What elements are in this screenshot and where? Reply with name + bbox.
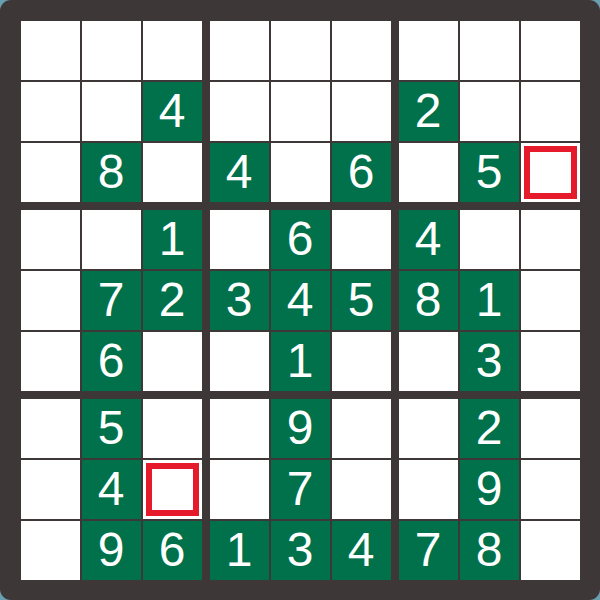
cell-r7c1[interactable] [21, 393, 80, 458]
cell-r6c7[interactable] [393, 332, 458, 391]
cell-r1c8[interactable] [460, 21, 519, 80]
given-digit: 7 [415, 526, 442, 574]
cell-r5c9[interactable] [521, 271, 580, 330]
given-digit: 6 [348, 148, 375, 196]
cell-r3c1[interactable] [21, 143, 80, 202]
cell-r4c7[interactable]: 4 [393, 204, 458, 269]
cell-r9c5[interactable]: 3 [271, 521, 330, 580]
cell-r9c6[interactable]: 4 [332, 521, 391, 580]
cell-r1c1[interactable] [21, 21, 80, 80]
given-digit: 3 [287, 526, 314, 574]
given-digit: 5 [348, 276, 375, 324]
cell-r8c6[interactable] [332, 460, 391, 519]
cell-r9c1[interactable] [21, 521, 80, 580]
cell-r5c3[interactable]: 2 [143, 271, 202, 330]
cell-r6c3[interactable] [143, 332, 202, 391]
given-digit: 1 [226, 526, 253, 574]
given-digit: 3 [226, 276, 253, 324]
cell-r7c8[interactable]: 2 [460, 393, 519, 458]
cell-r1c6[interactable] [332, 21, 391, 80]
cell-r4c6[interactable] [332, 204, 391, 269]
cell-r8c9[interactable] [521, 460, 580, 519]
cell-r9c2[interactable]: 9 [82, 521, 141, 580]
cell-r6c6[interactable] [332, 332, 391, 391]
cell-r8c1[interactable] [21, 460, 80, 519]
sudoku-grid: 42846516472345816135924799613478 [21, 21, 580, 580]
cell-r6c5[interactable]: 1 [271, 332, 330, 391]
cell-r2c6[interactable] [332, 82, 391, 141]
cell-r9c9[interactable] [521, 521, 580, 580]
given-digit: 2 [476, 404, 503, 452]
cell-r9c4[interactable]: 1 [204, 521, 269, 580]
cell-r1c3[interactable] [143, 21, 202, 80]
cell-r7c3[interactable] [143, 393, 202, 458]
cell-r2c2[interactable] [82, 82, 141, 141]
cell-r5c1[interactable] [21, 271, 80, 330]
given-digit: 2 [159, 276, 186, 324]
cell-r9c8[interactable]: 8 [460, 521, 519, 580]
cell-r9c3[interactable]: 6 [143, 521, 202, 580]
cell-r1c2[interactable] [82, 21, 141, 80]
cell-r6c1[interactable] [21, 332, 80, 391]
cell-r7c2[interactable]: 5 [82, 393, 141, 458]
sudoku-board: 42846516472345816135924799613478 [0, 0, 600, 600]
cell-r7c4[interactable] [204, 393, 269, 458]
cell-r5c4[interactable]: 3 [204, 271, 269, 330]
cell-r2c3[interactable]: 4 [143, 82, 202, 141]
cell-r2c4[interactable] [204, 82, 269, 141]
given-digit: 1 [476, 276, 503, 324]
given-digit: 7 [98, 276, 125, 324]
given-digit: 8 [476, 526, 503, 574]
given-digit: 9 [98, 526, 125, 574]
cell-r5c5[interactable]: 4 [271, 271, 330, 330]
cell-r5c8[interactable]: 1 [460, 271, 519, 330]
given-digit: 4 [226, 148, 253, 196]
given-digit: 8 [98, 148, 125, 196]
cell-r7c9[interactable] [521, 393, 580, 458]
cell-r5c7[interactable]: 8 [393, 271, 458, 330]
cell-r6c4[interactable] [204, 332, 269, 391]
cell-r8c3[interactable] [143, 460, 202, 519]
given-digit: 3 [476, 337, 503, 385]
given-digit: 2 [415, 87, 442, 135]
cell-r4c4[interactable] [204, 204, 269, 269]
given-digit: 6 [287, 215, 314, 263]
cell-r8c4[interactable] [204, 460, 269, 519]
given-digit: 4 [159, 87, 186, 135]
given-digit: 9 [287, 404, 314, 452]
cell-r8c5[interactable]: 7 [271, 460, 330, 519]
cell-r7c6[interactable] [332, 393, 391, 458]
cell-r2c5[interactable] [271, 82, 330, 141]
given-digit: 6 [159, 526, 186, 574]
cell-r3c8[interactable]: 5 [460, 143, 519, 202]
cell-r3c7[interactable] [393, 143, 458, 202]
given-digit: 1 [287, 337, 314, 385]
given-digit: 4 [415, 215, 442, 263]
cell-r3c3[interactable] [143, 143, 202, 202]
cell-r4c8[interactable] [460, 204, 519, 269]
cell-r4c5[interactable]: 6 [271, 204, 330, 269]
given-digit: 4 [348, 526, 375, 574]
given-digit: 7 [287, 465, 314, 513]
cell-r4c2[interactable] [82, 204, 141, 269]
cell-r1c5[interactable] [271, 21, 330, 80]
cell-r7c5[interactable]: 9 [271, 393, 330, 458]
cell-r2c1[interactable] [21, 82, 80, 141]
cell-r7c7[interactable] [393, 393, 458, 458]
given-digit: 5 [98, 404, 125, 452]
given-digit: 6 [98, 337, 125, 385]
cell-r3c5[interactable] [271, 143, 330, 202]
highlight-ring [146, 463, 199, 516]
cell-r4c1[interactable] [21, 204, 80, 269]
cell-r2c8[interactable] [460, 82, 519, 141]
cell-r3c6[interactable]: 6 [332, 143, 391, 202]
cell-r6c2[interactable]: 6 [82, 332, 141, 391]
given-digit: 4 [98, 465, 125, 513]
cell-r3c4[interactable]: 4 [204, 143, 269, 202]
cell-r5c6[interactable]: 5 [332, 271, 391, 330]
cell-r2c7[interactable]: 2 [393, 82, 458, 141]
cell-r4c3[interactable]: 1 [143, 204, 202, 269]
cell-r1c9[interactable] [521, 21, 580, 80]
cell-r6c8[interactable]: 3 [460, 332, 519, 391]
cell-r4c9[interactable] [521, 204, 580, 269]
cell-r1c4[interactable] [204, 21, 269, 80]
given-digit: 8 [415, 276, 442, 324]
cell-r3c2[interactable]: 8 [82, 143, 141, 202]
cell-r3c9[interactable] [521, 143, 580, 202]
highlight-ring [524, 146, 577, 199]
given-digit: 9 [476, 465, 503, 513]
cell-r2c9[interactable] [521, 82, 580, 141]
cell-r1c7[interactable] [393, 21, 458, 80]
cell-r8c8[interactable]: 9 [460, 460, 519, 519]
cell-r8c2[interactable]: 4 [82, 460, 141, 519]
cell-r9c7[interactable]: 7 [393, 521, 458, 580]
cell-r5c2[interactable]: 7 [82, 271, 141, 330]
given-digit: 4 [287, 276, 314, 324]
given-digit: 1 [159, 215, 186, 263]
cell-r6c9[interactable] [521, 332, 580, 391]
given-digit: 5 [476, 148, 503, 196]
cell-r8c7[interactable] [393, 460, 458, 519]
